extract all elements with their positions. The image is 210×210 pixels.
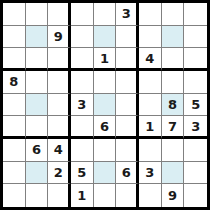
cell-r9c5[interactable] <box>94 184 117 207</box>
cell-r4c8[interactable] <box>162 71 185 94</box>
cell-r1c3[interactable] <box>48 3 71 26</box>
cell-r7c8[interactable] <box>162 139 185 162</box>
cell-r4c2[interactable] <box>26 71 49 94</box>
cell-r1c4[interactable] <box>71 3 94 26</box>
cell-r1c1[interactable] <box>3 3 26 26</box>
cell-r5c8[interactable]: 8 <box>162 94 185 117</box>
cell-r5c4[interactable]: 3 <box>71 94 94 117</box>
cell-r7c2[interactable]: 6 <box>26 139 49 162</box>
cell-r7c1[interactable] <box>3 139 26 162</box>
cell-r6c9[interactable]: 3 <box>184 116 207 139</box>
cell-r2c9[interactable] <box>184 26 207 49</box>
cell-r5c5[interactable] <box>94 94 117 117</box>
cell-r6c5[interactable]: 6 <box>94 116 117 139</box>
cell-r6c8[interactable]: 7 <box>162 116 185 139</box>
cell-r3c7[interactable]: 4 <box>139 48 162 71</box>
cell-r7c4[interactable] <box>71 139 94 162</box>
cell-r2c1[interactable] <box>3 26 26 49</box>
cell-r4c7[interactable] <box>139 71 162 94</box>
cell-r4c3[interactable] <box>48 71 71 94</box>
cell-r4c6[interactable] <box>116 71 139 94</box>
cell-r1c5[interactable] <box>94 3 117 26</box>
cell-r5c9[interactable]: 5 <box>184 94 207 117</box>
cell-r6c2[interactable] <box>26 116 49 139</box>
cell-r3c6[interactable] <box>116 48 139 71</box>
cell-r7c6[interactable] <box>116 139 139 162</box>
cell-r3c9[interactable] <box>184 48 207 71</box>
cell-r7c7[interactable] <box>139 139 162 162</box>
cell-r9c7[interactable] <box>139 184 162 207</box>
cell-r1c6[interactable]: 3 <box>116 3 139 26</box>
cell-r8c3[interactable]: 2 <box>48 162 71 185</box>
cell-r7c3[interactable]: 4 <box>48 139 71 162</box>
cell-r9c6[interactable] <box>116 184 139 207</box>
cell-r9c1[interactable] <box>3 184 26 207</box>
cell-r5c1[interactable] <box>3 94 26 117</box>
cell-r6c3[interactable] <box>48 116 71 139</box>
cell-r1c7[interactable] <box>139 3 162 26</box>
cell-r2c8[interactable] <box>162 26 185 49</box>
cell-r6c1[interactable] <box>3 116 26 139</box>
cell-r3c8[interactable] <box>162 48 185 71</box>
cell-r3c3[interactable] <box>48 48 71 71</box>
cell-r3c1[interactable] <box>3 48 26 71</box>
cell-r2c4[interactable] <box>71 26 94 49</box>
cell-r3c4[interactable] <box>71 48 94 71</box>
cell-r4c5[interactable] <box>94 71 117 94</box>
cell-r9c4[interactable]: 1 <box>71 184 94 207</box>
cell-r1c9[interactable] <box>184 3 207 26</box>
cell-r5c3[interactable] <box>48 94 71 117</box>
cell-r8c7[interactable]: 3 <box>139 162 162 185</box>
cell-r8c2[interactable] <box>26 162 49 185</box>
cell-r6c7[interactable]: 1 <box>139 116 162 139</box>
cell-r5c7[interactable] <box>139 94 162 117</box>
cell-r8c8[interactable] <box>162 162 185 185</box>
cell-r4c1[interactable]: 8 <box>3 71 26 94</box>
cell-r7c9[interactable] <box>184 139 207 162</box>
cell-r9c9[interactable] <box>184 184 207 207</box>
sudoku-board: 39148385617364256319 <box>0 0 210 210</box>
cell-r3c5[interactable]: 1 <box>94 48 117 71</box>
cell-r5c2[interactable] <box>26 94 49 117</box>
cell-r2c3[interactable]: 9 <box>48 26 71 49</box>
cell-r4c9[interactable] <box>184 71 207 94</box>
cell-r8c5[interactable] <box>94 162 117 185</box>
cell-r7c5[interactable] <box>94 139 117 162</box>
cell-r8c6[interactable]: 6 <box>116 162 139 185</box>
cell-r8c1[interactable] <box>3 162 26 185</box>
cell-r4c4[interactable] <box>71 71 94 94</box>
cell-r1c8[interactable] <box>162 3 185 26</box>
cell-r5c6[interactable] <box>116 94 139 117</box>
cell-r9c8[interactable]: 9 <box>162 184 185 207</box>
cell-r1c2[interactable] <box>26 3 49 26</box>
cell-r8c4[interactable]: 5 <box>71 162 94 185</box>
cell-r6c6[interactable] <box>116 116 139 139</box>
cell-r6c4[interactable] <box>71 116 94 139</box>
cell-r3c2[interactable] <box>26 48 49 71</box>
cell-r2c7[interactable] <box>139 26 162 49</box>
cell-r2c2[interactable] <box>26 26 49 49</box>
cell-r2c6[interactable] <box>116 26 139 49</box>
cell-r9c2[interactable] <box>26 184 49 207</box>
cell-r9c3[interactable] <box>48 184 71 207</box>
cell-r8c9[interactable] <box>184 162 207 185</box>
cell-r2c5[interactable] <box>94 26 117 49</box>
